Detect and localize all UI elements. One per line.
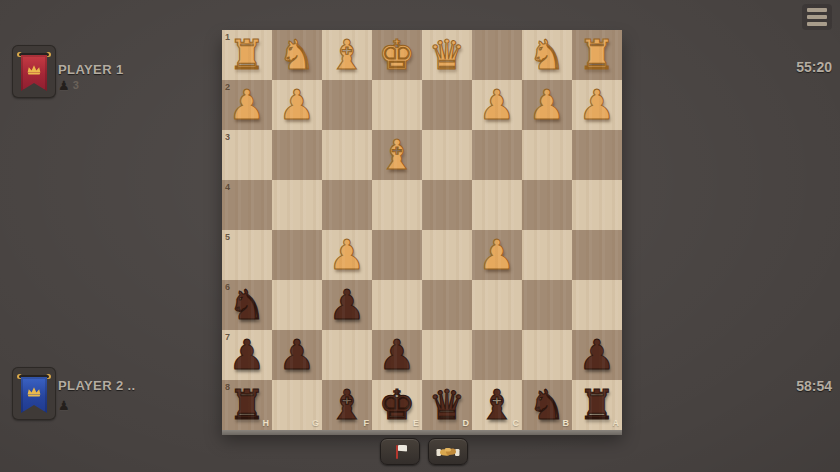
white-pawn[interactable]: ♟ xyxy=(579,80,616,130)
black-rook[interactable]: ♜ xyxy=(579,380,616,430)
square-c2[interactable]: ♟ xyxy=(472,80,522,130)
square-d6[interactable] xyxy=(422,280,472,330)
square-f1[interactable]: ♝ xyxy=(322,30,372,80)
white-rook[interactable]: ♜ xyxy=(579,30,616,80)
white-knight[interactable]: ♞ xyxy=(529,30,566,80)
black-pawn[interactable]: ♟ xyxy=(329,280,366,330)
square-f8[interactable]: F♝ xyxy=(322,380,372,430)
white-bishop[interactable]: ♝ xyxy=(379,130,416,180)
square-d8[interactable]: D♛ xyxy=(422,380,472,430)
square-e5[interactable] xyxy=(372,230,422,280)
black-pawn[interactable]: ♟ xyxy=(579,330,616,380)
black-bishop[interactable]: ♝ xyxy=(479,380,516,430)
file-label: D xyxy=(463,418,470,428)
white-pawn[interactable]: ♟ xyxy=(479,80,516,130)
square-c3[interactable] xyxy=(472,130,522,180)
square-d5[interactable] xyxy=(422,230,472,280)
white-king[interactable]: ♚ xyxy=(379,30,416,80)
captured-pawn-icon: ♟ xyxy=(58,79,70,92)
square-e7[interactable]: ♟ xyxy=(372,330,422,380)
chess-game-screen: PLAYER 1 ♟ 3 55:20 PLAYER 2 .. ♟ 58:54 1… xyxy=(0,0,840,472)
crown-icon xyxy=(26,386,42,398)
square-e8[interactable]: E♚ xyxy=(372,380,422,430)
square-c7[interactable] xyxy=(472,330,522,380)
square-f3[interactable] xyxy=(322,130,372,180)
resign-button[interactable] xyxy=(380,438,420,465)
square-h5[interactable]: 5 xyxy=(222,230,272,280)
square-c6[interactable] xyxy=(472,280,522,330)
square-e4[interactable] xyxy=(372,180,422,230)
white-pawn[interactable]: ♟ xyxy=(329,230,366,280)
square-f4[interactable] xyxy=(322,180,372,230)
board-container: 1♜♞♝♚♛♞♜2♟♟♟♟♟3♝45♟♟6♞♟7♟♟♟♟8H♜GF♝E♚D♛C♝… xyxy=(222,30,622,430)
square-h3[interactable]: 3 xyxy=(222,130,272,180)
rank-label: 2 xyxy=(225,82,230,92)
square-a7[interactable]: ♟ xyxy=(572,330,622,380)
black-knight[interactable]: ♞ xyxy=(529,380,566,430)
square-a3[interactable] xyxy=(572,130,622,180)
square-h8[interactable]: 8H♜ xyxy=(222,380,272,430)
black-king[interactable]: ♚ xyxy=(379,380,416,430)
player2-banner-badge xyxy=(12,367,56,420)
white-pawn[interactable]: ♟ xyxy=(479,230,516,280)
menu-button[interactable] xyxy=(802,4,832,30)
square-b6[interactable] xyxy=(522,280,572,330)
player2-name: PLAYER 2 .. xyxy=(58,378,136,393)
rank-label: 5 xyxy=(225,232,230,242)
game-controls xyxy=(380,438,468,465)
square-b2[interactable]: ♟ xyxy=(522,80,572,130)
file-label: C xyxy=(513,418,520,428)
square-d7[interactable] xyxy=(422,330,472,380)
square-a8[interactable]: A♜ xyxy=(572,380,622,430)
white-pawn[interactable]: ♟ xyxy=(529,80,566,130)
square-b7[interactable] xyxy=(522,330,572,380)
file-label: A xyxy=(613,418,620,428)
square-g8[interactable]: G xyxy=(272,380,322,430)
rank-label: 1 xyxy=(225,32,230,42)
square-e1[interactable]: ♚ xyxy=(372,30,422,80)
square-a6[interactable] xyxy=(572,280,622,330)
square-f5[interactable]: ♟ xyxy=(322,230,372,280)
square-g5[interactable] xyxy=(272,230,322,280)
square-h6[interactable]: 6♞ xyxy=(222,280,272,330)
player1-banner-badge xyxy=(12,45,56,98)
player1-name: PLAYER 1 xyxy=(58,62,124,77)
square-a5[interactable] xyxy=(572,230,622,280)
square-h1[interactable]: 1♜ xyxy=(222,30,272,80)
white-knight[interactable]: ♞ xyxy=(279,30,316,80)
square-h7[interactable]: 7♟ xyxy=(222,330,272,380)
rank-label: 7 xyxy=(225,332,230,342)
rank-label: 6 xyxy=(225,282,230,292)
player1-red-banner xyxy=(21,55,47,91)
file-label: B xyxy=(563,418,570,428)
captured-pawn-count: 3 xyxy=(73,79,79,91)
square-g7[interactable]: ♟ xyxy=(272,330,322,380)
square-g2[interactable]: ♟ xyxy=(272,80,322,130)
hamburger-icon xyxy=(807,8,827,12)
rank-label: 4 xyxy=(225,182,230,192)
player2-clock: 58:54 xyxy=(796,378,832,394)
square-d1[interactable]: ♛ xyxy=(422,30,472,80)
square-h4[interactable]: 4 xyxy=(222,180,272,230)
square-c5[interactable]: ♟ xyxy=(472,230,522,280)
square-b3[interactable] xyxy=(522,130,572,180)
resign-flag-icon xyxy=(392,444,408,460)
square-b5[interactable] xyxy=(522,230,572,280)
square-d3[interactable] xyxy=(422,130,472,180)
square-e3[interactable]: ♝ xyxy=(372,130,422,180)
square-g1[interactable]: ♞ xyxy=(272,30,322,80)
square-e2[interactable] xyxy=(372,80,422,130)
square-d2[interactable] xyxy=(422,80,472,130)
square-e6[interactable] xyxy=(372,280,422,330)
rank-label: 8 xyxy=(225,382,230,392)
square-c1[interactable] xyxy=(472,30,522,80)
white-queen[interactable]: ♛ xyxy=(429,30,466,80)
square-f7[interactable] xyxy=(322,330,372,380)
player1-captured-tray: ♟ 3 xyxy=(58,78,79,92)
square-b8[interactable]: B♞ xyxy=(522,380,572,430)
square-c4[interactable] xyxy=(472,180,522,230)
chess-board: 1♜♞♝♚♛♞♜2♟♟♟♟♟3♝45♟♟6♞♟7♟♟♟♟8H♜GF♝E♚D♛C♝… xyxy=(222,30,622,430)
square-f2[interactable] xyxy=(322,80,372,130)
handshake-icon xyxy=(436,444,460,460)
square-a1[interactable]: ♜ xyxy=(572,30,622,80)
black-bishop[interactable]: ♝ xyxy=(329,380,366,430)
file-label: F xyxy=(364,418,370,428)
file-label: G xyxy=(312,418,319,428)
crown-icon xyxy=(26,64,42,76)
black-queen[interactable]: ♛ xyxy=(429,380,466,430)
square-g6[interactable] xyxy=(272,280,322,330)
black-pawn[interactable]: ♟ xyxy=(229,330,266,380)
square-d4[interactable] xyxy=(422,180,472,230)
square-a2[interactable]: ♟ xyxy=(572,80,622,130)
draw-offer-button[interactable] xyxy=(428,438,468,465)
player1-clock: 55:20 xyxy=(796,59,832,75)
square-b1[interactable]: ♞ xyxy=(522,30,572,80)
square-g4[interactable] xyxy=(272,180,322,230)
square-h2[interactable]: 2♟ xyxy=(222,80,272,130)
file-label: H xyxy=(263,418,270,428)
player2-blue-banner xyxy=(21,377,47,413)
white-bishop[interactable]: ♝ xyxy=(329,30,366,80)
square-b4[interactable] xyxy=(522,180,572,230)
captured-pawn-icon: ♟ xyxy=(58,399,70,412)
black-rook[interactable]: ♜ xyxy=(229,380,266,430)
square-c8[interactable]: C♝ xyxy=(472,380,522,430)
white-pawn[interactable]: ♟ xyxy=(279,80,316,130)
square-a4[interactable] xyxy=(572,180,622,230)
square-g3[interactable] xyxy=(272,130,322,180)
black-knight[interactable]: ♞ xyxy=(229,280,266,330)
black-pawn[interactable]: ♟ xyxy=(279,330,316,380)
file-label: E xyxy=(413,418,419,428)
player2-captured-tray: ♟ xyxy=(58,398,73,412)
black-pawn[interactable]: ♟ xyxy=(379,330,416,380)
white-rook[interactable]: ♜ xyxy=(229,30,266,80)
square-f6[interactable]: ♟ xyxy=(322,280,372,330)
rank-label: 3 xyxy=(225,132,230,142)
white-pawn[interactable]: ♟ xyxy=(229,80,266,130)
